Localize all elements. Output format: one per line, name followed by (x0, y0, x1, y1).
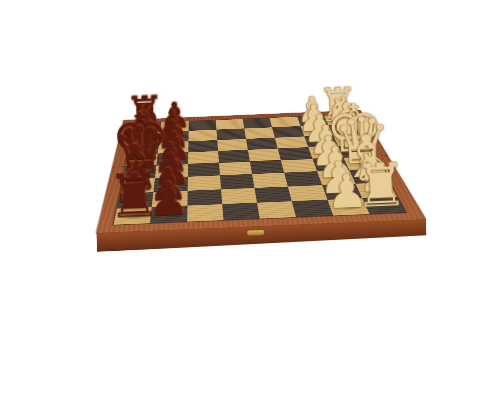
square-c3 (284, 171, 321, 186)
square-b1 (355, 182, 397, 198)
square-a3 (292, 200, 333, 217)
chess-set-photo: ♜♟♟♜♞♟♟♞♝♟♟♝♚♟♟♚♛♟♟♛♝♟♟♝♞♟♟♞♜♟♟♜ (0, 0, 500, 400)
square-a4 (257, 201, 296, 219)
square-a1 (362, 197, 406, 214)
square-a7 (150, 205, 187, 223)
scene-tilt-wrapper: ♜♟♟♜♞♟♟♞♝♟♟♝♚♟♟♚♛♟♟♛♝♟♟♝♞♟♟♞♜♟♟♜ (0, 0, 500, 400)
square-b8 (117, 192, 154, 208)
square-c7 (154, 177, 188, 192)
square-b3 (288, 185, 327, 201)
chess-board (114, 114, 406, 224)
square-a6 (187, 204, 224, 222)
square-c5 (220, 174, 255, 189)
square-c1 (349, 169, 389, 184)
square-c6 (187, 175, 221, 190)
square-a5 (222, 203, 260, 221)
square-b6 (187, 189, 222, 205)
square-b7 (152, 191, 187, 207)
square-a8 (114, 207, 152, 225)
board-frame (96, 110, 426, 233)
square-b5 (221, 188, 257, 204)
perspective-scene (82, 0, 426, 233)
square-c4 (252, 173, 288, 188)
square-b4 (254, 186, 292, 202)
brass-clasp (247, 229, 264, 235)
